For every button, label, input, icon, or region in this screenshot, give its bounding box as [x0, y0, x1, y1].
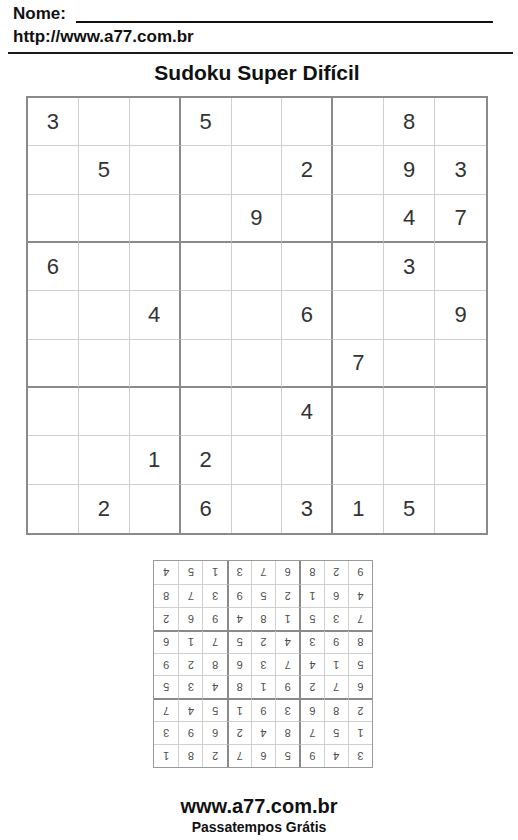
solution-cell-r1c4: 5: [275, 744, 299, 767]
cell-r9c3: [130, 485, 181, 533]
cell-r6c4: [181, 340, 232, 388]
cell-r9c2: 2: [79, 485, 130, 533]
puzzle-title: Sudoku Super Difícil: [26, 61, 488, 85]
solution-cell-r5c4: 7: [275, 653, 299, 676]
cell-r1c8: 8: [384, 98, 435, 146]
cell-r5c3: 4: [130, 291, 181, 339]
solution-cell-r5c8: 2: [178, 653, 202, 676]
solution-cell-r2c9: 3: [154, 721, 178, 744]
solution-cell-r4c6: 8: [227, 675, 251, 698]
solution-cell-r9c8: 5: [178, 561, 202, 584]
cell-r1c1: 3: [28, 98, 79, 146]
solution-cell-r9c9: 4: [154, 561, 178, 584]
solution-cell-r7c3: 5: [299, 607, 323, 630]
name-label: Nome:: [13, 4, 66, 23]
cell-r2c4: [181, 146, 232, 194]
cell-r3c5: 9: [232, 195, 283, 243]
cell-r9c5: [232, 485, 283, 533]
cell-r1c5: [232, 98, 283, 146]
solution-cell-r7c6: 4: [227, 607, 251, 630]
cell-r7c6: 4: [282, 388, 333, 436]
cell-r4c8: 3: [384, 243, 435, 291]
solution-cell-r7c7: 9: [202, 607, 226, 630]
solution-cell-r8c3: 1: [299, 584, 323, 607]
cell-r4c3: [130, 243, 181, 291]
cell-r7c7: [333, 388, 384, 436]
solution-cell-r4c7: 4: [202, 675, 226, 698]
cell-r2c1: [28, 146, 79, 194]
cell-r8c3: 1: [130, 436, 181, 484]
cell-r6c9: [435, 340, 486, 388]
cell-r8c6: [282, 436, 333, 484]
cell-r7c2: [79, 388, 130, 436]
puzzle-page: Nome: http://www.a77.com.br Sudoku Super…: [0, 0, 518, 840]
cell-r3c8: 4: [384, 195, 435, 243]
solution-cell-r4c2: 7: [324, 675, 348, 698]
solution-cell-r9c7: 1: [202, 561, 226, 584]
cell-r9c8: 5: [384, 485, 435, 533]
cell-r5c9: 9: [435, 291, 486, 339]
solution-cell-r9c2: 2: [324, 561, 348, 584]
solution-cell-r4c4: 9: [275, 675, 299, 698]
name-blank-line: [76, 4, 493, 23]
cell-r6c1: [28, 340, 79, 388]
solution-cell-r8c7: 3: [202, 584, 226, 607]
cell-r3c9: 7: [435, 195, 486, 243]
cell-r2c6: 2: [282, 146, 333, 194]
solution-cell-r6c3: 3: [299, 630, 323, 653]
solution-cell-r5c7: 8: [202, 653, 226, 676]
solution-cell-r6c1: 8: [348, 630, 372, 653]
cell-r7c3: [130, 388, 181, 436]
cell-r7c5: [232, 388, 283, 436]
cell-r5c6: 6: [282, 291, 333, 339]
cell-r2c7: [333, 146, 384, 194]
cell-r3c2: [79, 195, 130, 243]
cell-r8c2: [79, 436, 130, 484]
solution-cell-r1c8: 8: [178, 744, 202, 767]
solution-cell-r8c6: 9: [227, 584, 251, 607]
cell-r4c6: [282, 243, 333, 291]
footer-site: www.a77.com.br: [0, 795, 518, 818]
solution-cell-r4c5: 1: [251, 675, 275, 698]
footer: www.a77.com.br Passatempos Grátis: [0, 795, 518, 836]
solution-cell-r5c9: 9: [154, 653, 178, 676]
solution-cell-r8c4: 2: [275, 584, 299, 607]
solution-cell-r4c1: 6: [348, 675, 372, 698]
solution-cell-r7c8: 6: [178, 607, 202, 630]
cell-r8c4: 2: [181, 436, 232, 484]
solution-cell-r3c2: 8: [324, 698, 348, 721]
cell-r2c9: 3: [435, 146, 486, 194]
cell-r1c3: [130, 98, 181, 146]
cell-r6c7: 7: [333, 340, 384, 388]
solution-cell-r3c3: 6: [299, 698, 323, 721]
solution-cell-r6c9: 6: [154, 630, 178, 653]
solution-cell-r9c3: 8: [299, 561, 323, 584]
solution-cell-r1c9: 1: [154, 744, 178, 767]
cell-r4c5: [232, 243, 283, 291]
site-url: http://www.a77.com.br: [13, 27, 194, 47]
cell-r8c9: [435, 436, 486, 484]
cell-r7c9: [435, 388, 486, 436]
solution-cell-r9c5: 7: [251, 561, 275, 584]
cell-r7c1: [28, 388, 79, 436]
solution-cell-r2c8: 9: [178, 721, 202, 744]
solution-cell-r7c4: 1: [275, 607, 299, 630]
cell-r6c3: [130, 340, 181, 388]
solution-cell-r2c7: 6: [202, 721, 226, 744]
solution-cell-r9c6: 3: [227, 561, 251, 584]
cell-r6c2: [79, 340, 130, 388]
solution-cell-r1c5: 6: [251, 744, 275, 767]
solution-cell-r6c5: 2: [251, 630, 275, 653]
solution-cell-r9c4: 6: [275, 561, 299, 584]
cell-r5c2: [79, 291, 130, 339]
footer-tagline: Passatempos Grátis: [0, 818, 518, 836]
solution-cell-r7c9: 2: [154, 607, 178, 630]
solution-cell-r7c2: 3: [324, 607, 348, 630]
cell-r9c6: 3: [282, 485, 333, 533]
cell-r8c7: [333, 436, 384, 484]
cell-r2c3: [130, 146, 181, 194]
solution-cell-r5c5: 3: [251, 653, 275, 676]
solution-cell-r3c5: 9: [251, 698, 275, 721]
solution-cell-r7c5: 8: [251, 607, 275, 630]
cell-r2c2: 5: [79, 146, 130, 194]
sudoku-grid: 358529394763469741226315: [26, 96, 488, 535]
cell-r3c1: [28, 195, 79, 243]
cell-r9c1: [28, 485, 79, 533]
solution-cell-r2c4: 8: [275, 721, 299, 744]
cell-r6c8: [384, 340, 435, 388]
solution-cell-r7c1: 7: [348, 607, 372, 630]
solution-cell-r6c8: 1: [178, 630, 202, 653]
solution-cell-r3c9: 7: [154, 698, 178, 721]
cell-r5c5: [232, 291, 283, 339]
sudoku-solution-grid-upside-down: 3495672811578426932863915476729184355147…: [153, 560, 373, 768]
cell-r1c4: 5: [181, 98, 232, 146]
cell-r4c1: 6: [28, 243, 79, 291]
cell-r4c7: [333, 243, 384, 291]
solution-cell-r8c9: 8: [154, 584, 178, 607]
cell-r5c8: [384, 291, 435, 339]
cell-r1c6: [282, 98, 333, 146]
solution-cell-r5c3: 4: [299, 653, 323, 676]
solution-cell-r4c8: 3: [178, 675, 202, 698]
solution-cell-r6c6: 5: [227, 630, 251, 653]
cell-r1c2: [79, 98, 130, 146]
solution-cell-r2c5: 4: [251, 721, 275, 744]
solution-cell-r3c7: 5: [202, 698, 226, 721]
solution-cell-r2c1: 1: [348, 721, 372, 744]
solution-cell-r6c4: 4: [275, 630, 299, 653]
solution-cell-r3c8: 4: [178, 698, 202, 721]
solution-cell-r8c5: 5: [251, 584, 275, 607]
cell-r5c7: [333, 291, 384, 339]
cell-r3c4: [181, 195, 232, 243]
solution-cell-r2c2: 5: [324, 721, 348, 744]
cell-r9c9: [435, 485, 486, 533]
name-row: Nome:: [13, 4, 493, 23]
cell-r5c4: [181, 291, 232, 339]
cell-r8c5: [232, 436, 283, 484]
solution-cell-r1c3: 9: [299, 744, 323, 767]
cell-r7c4: [181, 388, 232, 436]
solution-cell-r2c3: 7: [299, 721, 323, 744]
cell-r7c8: [384, 388, 435, 436]
solution-cell-r6c2: 9: [324, 630, 348, 653]
solution-cell-r4c9: 5: [154, 675, 178, 698]
solution-cell-r8c2: 6: [324, 584, 348, 607]
solution-cell-r5c2: 1: [324, 653, 348, 676]
cell-r4c9: [435, 243, 486, 291]
cell-r1c7: [333, 98, 384, 146]
solution-cell-r1c1: 3: [348, 744, 372, 767]
cell-r4c4: [181, 243, 232, 291]
solution-cell-r6c7: 7: [202, 630, 226, 653]
cell-r1c9: [435, 98, 486, 146]
solution-cell-r3c4: 3: [275, 698, 299, 721]
solution-cell-r3c6: 1: [227, 698, 251, 721]
solution-cell-r2c6: 2: [227, 721, 251, 744]
cell-r8c8: [384, 436, 435, 484]
solution-cell-r8c8: 7: [178, 584, 202, 607]
cell-r8c1: [28, 436, 79, 484]
solution-cell-r5c1: 5: [348, 653, 372, 676]
solution-cell-r1c2: 4: [324, 744, 348, 767]
solution-cell-r1c7: 2: [202, 744, 226, 767]
solution-cell-r3c1: 2: [348, 698, 372, 721]
cell-r9c4: 6: [181, 485, 232, 533]
header-divider-line: [8, 52, 513, 54]
solution-cell-r1c6: 7: [227, 744, 251, 767]
cell-r9c7: 1: [333, 485, 384, 533]
solution-cell-r5c6: 6: [227, 653, 251, 676]
cell-r3c7: [333, 195, 384, 243]
cell-r6c6: [282, 340, 333, 388]
cell-r2c8: 9: [384, 146, 435, 194]
cell-r4c2: [79, 243, 130, 291]
cell-r6c5: [232, 340, 283, 388]
cell-r3c6: [282, 195, 333, 243]
solution-cell-r8c1: 4: [348, 584, 372, 607]
cell-r2c5: [232, 146, 283, 194]
cell-r5c1: [28, 291, 79, 339]
solution-cell-r4c3: 2: [299, 675, 323, 698]
solution-cell-r9c1: 9: [348, 561, 372, 584]
cell-r3c3: [130, 195, 181, 243]
